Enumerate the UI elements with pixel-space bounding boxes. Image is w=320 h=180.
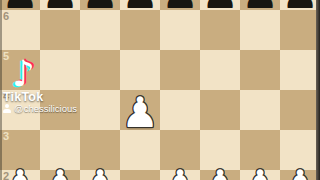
square-h4	[280, 90, 320, 130]
tiktok-wordmark: TikTok	[3, 91, 43, 104]
square-c6	[80, 10, 120, 50]
square-h3	[280, 130, 320, 170]
square-c2: ♟	[80, 170, 120, 180]
square-h5	[280, 50, 320, 90]
tiktok-note-icon: ♪	[12, 56, 35, 92]
square-a3: 3	[0, 130, 40, 170]
creator-byline[interactable]: @chessilicious	[3, 104, 77, 114]
square-b7: ♟	[40, 0, 80, 10]
square-g6	[240, 10, 280, 50]
square-g2: ♟	[240, 170, 280, 180]
rank-label-2: 2	[3, 171, 9, 180]
square-a7: 7♟	[0, 0, 40, 10]
rank-label-6: 6	[3, 11, 9, 22]
square-f5	[200, 50, 240, 90]
square-d6	[120, 10, 160, 50]
rank-label-3: 3	[3, 131, 9, 142]
tiktok-logo: ♪ ♪ ♪	[12, 56, 38, 94]
square-d3	[120, 130, 160, 170]
square-b2: ♟	[40, 170, 80, 180]
square-f2: ♟	[200, 170, 240, 180]
square-e7: ♟	[160, 0, 200, 10]
tiktok-watermark: ♪ ♪ ♪ TikTok @chessilicious	[2, 58, 132, 120]
square-h6	[280, 10, 320, 50]
square-c3	[80, 130, 120, 170]
square-e3	[160, 130, 200, 170]
square-f6	[200, 10, 240, 50]
square-g3	[240, 130, 280, 170]
square-f3	[200, 130, 240, 170]
square-e5	[160, 50, 200, 90]
square-b3	[40, 130, 80, 170]
square-g5	[240, 50, 280, 90]
person-icon	[3, 104, 11, 113]
square-g7: ♟	[240, 0, 280, 10]
square-f4	[200, 90, 240, 130]
video-edge-right	[316, 0, 320, 180]
square-a6: 6	[0, 10, 40, 50]
square-c7: ♟	[80, 0, 120, 10]
tiktok-video-frame: 7♟♟♟♟♟♟♟♟654♟32♟♟♟♟♟♟♟ ♪ ♪ ♪ TikTok @che…	[0, 0, 320, 180]
square-h2: ♟	[280, 170, 320, 180]
username-link[interactable]: @chessilicious	[14, 104, 77, 114]
square-b6	[40, 10, 80, 50]
square-e2: ♟	[160, 170, 200, 180]
square-d2	[120, 170, 160, 180]
square-a2: 2♟	[0, 170, 40, 180]
square-f7: ♟	[200, 0, 240, 10]
square-g4	[240, 90, 280, 130]
square-e6	[160, 10, 200, 50]
square-d7: ♟	[120, 0, 160, 10]
square-e4	[160, 90, 200, 130]
square-h7: ♟	[280, 0, 320, 10]
